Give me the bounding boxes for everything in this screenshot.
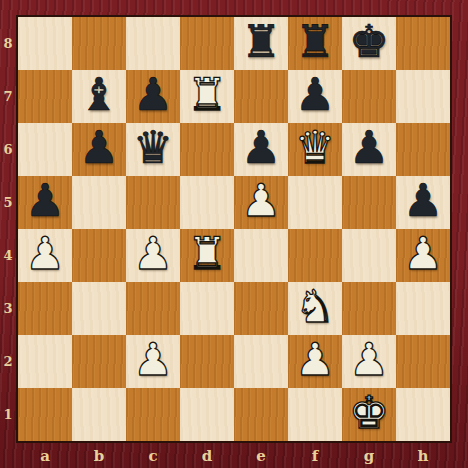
- square-g1[interactable]: ♚: [342, 388, 396, 441]
- square-a4[interactable]: ♟: [18, 229, 72, 282]
- square-f4[interactable]: [288, 229, 342, 282]
- square-a2[interactable]: [18, 335, 72, 388]
- square-d5[interactable]: [180, 176, 234, 229]
- square-f1[interactable]: [288, 388, 342, 441]
- square-e1[interactable]: [234, 388, 288, 441]
- square-d8[interactable]: [180, 17, 234, 70]
- square-b4[interactable]: [72, 229, 126, 282]
- rank-label-5: 5: [0, 176, 16, 229]
- square-a5[interactable]: ♟: [18, 176, 72, 229]
- rank-label-2: 2: [0, 335, 16, 388]
- rank-label-7: 7: [0, 70, 16, 123]
- piece-white-knight-f3[interactable]: ♞: [295, 280, 335, 333]
- square-e7[interactable]: [234, 70, 288, 123]
- piece-white-pawn-f2[interactable]: ♟: [295, 333, 335, 386]
- piece-black-pawn-e6[interactable]: ♟: [241, 121, 281, 174]
- square-f3[interactable]: ♞: [288, 282, 342, 335]
- piece-black-pawn-g6[interactable]: ♟: [349, 121, 389, 174]
- file-label-h: h: [396, 443, 450, 468]
- file-label-g: g: [342, 443, 396, 468]
- piece-white-pawn-a4[interactable]: ♟: [25, 227, 65, 280]
- square-g2[interactable]: ♟: [342, 335, 396, 388]
- rank-label-1: 1: [0, 388, 16, 441]
- square-g5[interactable]: [342, 176, 396, 229]
- square-a1[interactable]: [18, 388, 72, 441]
- square-e3[interactable]: [234, 282, 288, 335]
- piece-black-pawn-c7[interactable]: ♟: [133, 68, 173, 121]
- file-label-e: e: [234, 443, 288, 468]
- piece-white-king-g1[interactable]: ♚: [349, 386, 389, 439]
- file-label-b: b: [72, 443, 126, 468]
- piece-black-king-g8[interactable]: ♚: [349, 15, 389, 68]
- piece-black-pawn-f7[interactable]: ♟: [295, 68, 335, 121]
- square-c3[interactable]: [126, 282, 180, 335]
- piece-white-queen-f6[interactable]: ♛: [295, 121, 335, 174]
- square-g6[interactable]: ♟: [342, 123, 396, 176]
- square-d6[interactable]: [180, 123, 234, 176]
- square-g7[interactable]: [342, 70, 396, 123]
- piece-black-pawn-a5[interactable]: ♟: [25, 174, 65, 227]
- square-e6[interactable]: ♟: [234, 123, 288, 176]
- file-label-f: f: [288, 443, 342, 468]
- square-h8[interactable]: [396, 17, 450, 70]
- piece-white-rook-d7[interactable]: ♜: [187, 68, 227, 121]
- piece-white-pawn-c4[interactable]: ♟: [133, 227, 173, 280]
- file-label-d: d: [180, 443, 234, 468]
- square-e5[interactable]: ♟: [234, 176, 288, 229]
- piece-black-rook-e8[interactable]: ♜: [241, 15, 281, 68]
- square-d2[interactable]: [180, 335, 234, 388]
- square-c2[interactable]: ♟: [126, 335, 180, 388]
- piece-white-rook-d4[interactable]: ♜: [187, 227, 227, 280]
- square-c4[interactable]: ♟: [126, 229, 180, 282]
- square-h1[interactable]: [396, 388, 450, 441]
- square-h7[interactable]: [396, 70, 450, 123]
- piece-black-rook-f8[interactable]: ♜: [295, 15, 335, 68]
- board-outer: ♜♜♚♝♟♜♟♟♛♟♛♟♟♟♟♟♟♜♟♞♟♟♟♚: [16, 15, 452, 443]
- piece-white-pawn-h4[interactable]: ♟: [403, 227, 443, 280]
- board: ♜♜♚♝♟♜♟♟♛♟♛♟♟♟♟♟♟♜♟♞♟♟♟♚: [18, 17, 450, 441]
- square-b8[interactable]: [72, 17, 126, 70]
- piece-white-pawn-g2[interactable]: ♟: [349, 333, 389, 386]
- square-e8[interactable]: ♜: [234, 17, 288, 70]
- file-labels: abcdefgh: [18, 443, 450, 468]
- square-b6[interactable]: ♟: [72, 123, 126, 176]
- square-b2[interactable]: [72, 335, 126, 388]
- rank-label-3: 3: [0, 282, 16, 335]
- board-frame: 87654321 ♜♜♚♝♟♜♟♟♛♟♛♟♟♟♟♟♟♜♟♞♟♟♟♚ abcdef…: [0, 0, 468, 468]
- square-a3[interactable]: [18, 282, 72, 335]
- piece-white-pawn-e5[interactable]: ♟: [241, 174, 281, 227]
- piece-black-queen-c6[interactable]: ♛: [133, 121, 173, 174]
- square-c5[interactable]: [126, 176, 180, 229]
- square-f2[interactable]: ♟: [288, 335, 342, 388]
- piece-black-pawn-h5[interactable]: ♟: [403, 174, 443, 227]
- square-c7[interactable]: ♟: [126, 70, 180, 123]
- file-label-c: c: [126, 443, 180, 468]
- square-g4[interactable]: [342, 229, 396, 282]
- square-a8[interactable]: [18, 17, 72, 70]
- piece-black-pawn-b6[interactable]: ♟: [79, 121, 119, 174]
- square-c1[interactable]: [126, 388, 180, 441]
- square-e4[interactable]: [234, 229, 288, 282]
- square-d1[interactable]: [180, 388, 234, 441]
- square-g8[interactable]: ♚: [342, 17, 396, 70]
- file-label-a: a: [18, 443, 72, 468]
- square-h4[interactable]: ♟: [396, 229, 450, 282]
- square-c8[interactable]: [126, 17, 180, 70]
- rank-label-6: 6: [0, 123, 16, 176]
- square-f8[interactable]: ♜: [288, 17, 342, 70]
- square-f5[interactable]: [288, 176, 342, 229]
- square-b1[interactable]: [72, 388, 126, 441]
- square-h6[interactable]: [396, 123, 450, 176]
- rank-labels: 87654321: [0, 17, 16, 441]
- square-b7[interactable]: ♝: [72, 70, 126, 123]
- square-b5[interactable]: [72, 176, 126, 229]
- square-a7[interactable]: [18, 70, 72, 123]
- square-h3[interactable]: [396, 282, 450, 335]
- square-c6[interactable]: ♛: [126, 123, 180, 176]
- square-g3[interactable]: [342, 282, 396, 335]
- square-e2[interactable]: [234, 335, 288, 388]
- rank-label-8: 8: [0, 17, 16, 70]
- square-h2[interactable]: [396, 335, 450, 388]
- square-d7[interactable]: ♜: [180, 70, 234, 123]
- piece-white-pawn-c2[interactable]: ♟: [133, 333, 173, 386]
- square-d4[interactable]: ♜: [180, 229, 234, 282]
- square-a6[interactable]: [18, 123, 72, 176]
- square-b3[interactable]: [72, 282, 126, 335]
- square-f6[interactable]: ♛: [288, 123, 342, 176]
- square-f7[interactable]: ♟: [288, 70, 342, 123]
- piece-black-bishop-b7[interactable]: ♝: [79, 68, 119, 121]
- square-h5[interactable]: ♟: [396, 176, 450, 229]
- rank-label-4: 4: [0, 229, 16, 282]
- square-d3[interactable]: [180, 282, 234, 335]
